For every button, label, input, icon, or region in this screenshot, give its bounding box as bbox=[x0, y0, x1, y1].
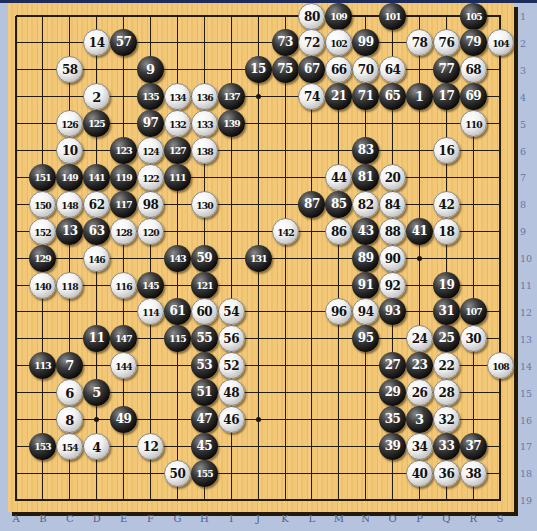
stone-L8-black: 87 bbox=[298, 191, 325, 218]
stone-move-number: 1 bbox=[406, 83, 433, 110]
stone-K3-black: 75 bbox=[272, 56, 299, 83]
column-label-R: R bbox=[463, 513, 483, 524]
stone-move-number: 99 bbox=[352, 29, 379, 56]
stone-move-number: 115 bbox=[165, 325, 190, 352]
stone-G10-black: 143 bbox=[164, 245, 191, 272]
stone-move-number: 4 bbox=[84, 434, 109, 461]
stone-D2-white: 14 bbox=[83, 29, 110, 56]
row-label-2: 2 bbox=[520, 38, 536, 49]
stone-O15-black: 29 bbox=[379, 379, 406, 406]
stone-B10-black: 129 bbox=[29, 245, 56, 272]
stone-D5-black: 125 bbox=[83, 110, 110, 137]
stone-G12-black: 61 bbox=[164, 298, 191, 325]
stone-move-number: 59 bbox=[191, 245, 218, 272]
stone-R17-black: 37 bbox=[460, 433, 487, 460]
stone-move-number: 93 bbox=[379, 298, 406, 325]
stone-move-number: 114 bbox=[139, 299, 162, 326]
stone-move-number: 8 bbox=[57, 407, 82, 434]
stone-move-number: 108 bbox=[489, 353, 512, 380]
stone-G6-black: 127 bbox=[164, 137, 191, 164]
row-label-18: 18 bbox=[520, 468, 536, 479]
stone-move-number: 33 bbox=[433, 433, 460, 460]
stone-move-number: 48 bbox=[219, 380, 244, 407]
stone-move-number: 111 bbox=[165, 164, 190, 191]
stone-F8-white: 98 bbox=[137, 191, 164, 218]
stone-O8-white: 84 bbox=[379, 191, 406, 218]
stone-move-number: 137 bbox=[219, 83, 244, 110]
stone-C17-white: 154 bbox=[56, 433, 83, 460]
stone-M9-white: 86 bbox=[325, 218, 352, 245]
stone-S2-white: 104 bbox=[487, 29, 514, 56]
stone-C14-black: 7 bbox=[56, 352, 83, 379]
stone-Q17-black: 33 bbox=[433, 433, 460, 460]
stone-C8-white: 148 bbox=[56, 191, 83, 218]
stone-C15-white: 6 bbox=[56, 379, 83, 406]
stone-move-number: 80 bbox=[299, 4, 324, 31]
stone-L2-white: 72 bbox=[298, 29, 325, 56]
stone-O9-white: 88 bbox=[379, 218, 406, 245]
stone-Q15-white: 28 bbox=[433, 379, 460, 406]
stone-move-number: 26 bbox=[407, 380, 432, 407]
stone-M12-white: 96 bbox=[325, 298, 352, 325]
stone-move-number: 46 bbox=[219, 407, 244, 434]
stone-move-number: 58 bbox=[57, 57, 82, 84]
stone-R18-white: 38 bbox=[460, 460, 487, 487]
stone-move-number: 132 bbox=[166, 111, 189, 138]
stone-N11-black: 91 bbox=[352, 272, 379, 299]
grid-line-vertical bbox=[499, 16, 501, 501]
stone-move-number: 138 bbox=[193, 138, 216, 165]
column-label-I: I bbox=[221, 513, 241, 524]
stone-move-number: 55 bbox=[191, 325, 218, 352]
stone-move-number: 90 bbox=[380, 246, 405, 273]
stone-move-number: 50 bbox=[165, 461, 190, 488]
column-label-M: M bbox=[329, 513, 349, 524]
stone-move-number: 135 bbox=[138, 83, 163, 110]
stone-O10-white: 90 bbox=[379, 245, 406, 272]
stone-move-number: 149 bbox=[57, 164, 82, 191]
stone-O16-black: 35 bbox=[379, 406, 406, 433]
stone-O4-black: 65 bbox=[379, 83, 406, 110]
stone-move-number: 127 bbox=[165, 137, 190, 164]
column-label-A: A bbox=[6, 513, 26, 524]
stone-H5-white: 133 bbox=[191, 110, 218, 137]
stone-I16-white: 46 bbox=[218, 406, 245, 433]
stone-L4-white: 74 bbox=[298, 83, 325, 110]
stone-M7-white: 44 bbox=[325, 164, 352, 191]
stone-D17-white: 4 bbox=[83, 433, 110, 460]
stone-H15-black: 51 bbox=[191, 379, 218, 406]
stone-move-number: 37 bbox=[460, 433, 487, 460]
stone-N4-black: 71 bbox=[352, 83, 379, 110]
stone-D10-white: 146 bbox=[83, 245, 110, 272]
stone-Q13-black: 25 bbox=[433, 325, 460, 352]
stone-move-number: 126 bbox=[58, 111, 81, 138]
column-label-L: L bbox=[302, 513, 322, 524]
stone-move-number: 123 bbox=[111, 137, 136, 164]
stone-move-number: 57 bbox=[110, 29, 137, 56]
stone-Q6-white: 16 bbox=[433, 137, 460, 164]
stone-move-number: 117 bbox=[111, 191, 136, 218]
stone-move-number: 140 bbox=[31, 273, 54, 300]
stone-F5-black: 97 bbox=[137, 110, 164, 137]
stone-move-number: 17 bbox=[433, 83, 460, 110]
stone-move-number: 96 bbox=[326, 299, 351, 326]
stone-move-number: 84 bbox=[380, 192, 405, 219]
grid-line-vertical bbox=[285, 16, 286, 501]
stone-D7-black: 141 bbox=[83, 164, 110, 191]
stone-move-number: 16 bbox=[434, 138, 459, 165]
row-label-9: 9 bbox=[520, 226, 536, 237]
stone-R2-black: 79 bbox=[460, 29, 487, 56]
stone-move-number: 124 bbox=[139, 138, 162, 165]
stone-move-number: 34 bbox=[407, 434, 432, 461]
stone-move-number: 91 bbox=[352, 272, 379, 299]
stone-N2-black: 99 bbox=[352, 29, 379, 56]
stone-move-number: 77 bbox=[433, 56, 460, 83]
stone-H10-black: 59 bbox=[191, 245, 218, 272]
stone-move-number: 49 bbox=[110, 406, 137, 433]
stone-move-number: 2 bbox=[84, 84, 109, 111]
stone-move-number: 41 bbox=[406, 218, 433, 245]
grid-line-horizontal bbox=[16, 15, 501, 17]
stone-K2-black: 73 bbox=[272, 29, 299, 56]
stone-move-number: 94 bbox=[353, 299, 378, 326]
stone-B7-black: 151 bbox=[29, 164, 56, 191]
stone-move-number: 101 bbox=[380, 3, 405, 30]
stone-move-number: 152 bbox=[31, 219, 54, 246]
stone-move-number: 61 bbox=[164, 298, 191, 325]
stone-move-number: 107 bbox=[461, 298, 486, 325]
row-label-15: 15 bbox=[520, 388, 536, 399]
stone-B9-white: 152 bbox=[29, 218, 56, 245]
stone-C7-black: 149 bbox=[56, 164, 83, 191]
stone-move-number: 76 bbox=[434, 30, 459, 57]
stone-R12-black: 107 bbox=[460, 298, 487, 325]
row-label-7: 7 bbox=[520, 172, 536, 183]
stone-H11-black: 121 bbox=[191, 272, 218, 299]
stone-move-number: 81 bbox=[352, 164, 379, 191]
stone-G5-white: 132 bbox=[164, 110, 191, 137]
stone-move-number: 133 bbox=[193, 111, 216, 138]
stone-move-number: 139 bbox=[219, 110, 244, 137]
column-label-N: N bbox=[356, 513, 376, 524]
stone-move-number: 82 bbox=[353, 192, 378, 219]
stone-G18-white: 50 bbox=[164, 460, 191, 487]
stone-H18-black: 155 bbox=[191, 460, 218, 487]
stone-H6-white: 138 bbox=[191, 137, 218, 164]
stone-move-number: 53 bbox=[191, 352, 218, 379]
stone-move-number: 56 bbox=[219, 326, 244, 353]
column-label-H: H bbox=[194, 513, 214, 524]
stone-move-number: 125 bbox=[84, 110, 109, 137]
stone-I5-black: 139 bbox=[218, 110, 245, 137]
stone-move-number: 92 bbox=[380, 273, 405, 300]
stone-move-number: 154 bbox=[58, 434, 81, 461]
grid-line-horizontal bbox=[16, 150, 501, 151]
board-layer: 8010910110514577372102997876791045891575… bbox=[0, 0, 537, 531]
stone-H14-black: 53 bbox=[191, 352, 218, 379]
stone-move-number: 15 bbox=[245, 56, 272, 83]
stone-P16-black: 3 bbox=[406, 406, 433, 433]
stone-move-number: 3 bbox=[406, 406, 433, 433]
stone-J10-black: 131 bbox=[245, 245, 272, 272]
stone-D9-black: 63 bbox=[83, 218, 110, 245]
stone-move-number: 105 bbox=[461, 3, 486, 30]
stone-E8-black: 117 bbox=[110, 191, 137, 218]
stone-move-number: 113 bbox=[30, 352, 55, 379]
stone-E13-black: 147 bbox=[110, 325, 137, 352]
stone-move-number: 10 bbox=[57, 138, 82, 165]
stone-N8-white: 82 bbox=[352, 191, 379, 218]
stone-O17-black: 39 bbox=[379, 433, 406, 460]
stone-move-number: 102 bbox=[327, 30, 350, 57]
stone-G4-white: 134 bbox=[164, 83, 191, 110]
stone-move-number: 28 bbox=[434, 380, 459, 407]
stone-E7-black: 119 bbox=[110, 164, 137, 191]
column-label-C: C bbox=[60, 513, 80, 524]
stone-M3-white: 66 bbox=[325, 56, 352, 83]
stone-M4-black: 21 bbox=[325, 83, 352, 110]
stone-move-number: 144 bbox=[112, 353, 135, 380]
stone-move-number: 122 bbox=[139, 165, 162, 192]
stone-S14-white: 108 bbox=[487, 352, 514, 379]
stone-H13-black: 55 bbox=[191, 325, 218, 352]
stone-move-number: 20 bbox=[380, 165, 405, 192]
stone-F6-white: 124 bbox=[137, 137, 164, 164]
stone-move-number: 52 bbox=[219, 353, 244, 380]
stone-move-number: 150 bbox=[31, 192, 54, 219]
row-label-13: 13 bbox=[520, 334, 536, 345]
column-label-S: S bbox=[490, 513, 510, 524]
stone-move-number: 78 bbox=[407, 30, 432, 57]
stone-move-number: 136 bbox=[193, 84, 216, 111]
stone-I4-black: 137 bbox=[218, 83, 245, 110]
stone-move-number: 88 bbox=[380, 219, 405, 246]
stone-R3-white: 68 bbox=[460, 56, 487, 83]
stone-O1-black: 101 bbox=[379, 3, 406, 30]
stone-O14-black: 27 bbox=[379, 352, 406, 379]
stone-move-number: 27 bbox=[379, 352, 406, 379]
stone-Q9-white: 18 bbox=[433, 218, 460, 245]
stone-move-number: 24 bbox=[407, 326, 432, 353]
stone-H12-white: 60 bbox=[191, 298, 218, 325]
stone-move-number: 22 bbox=[434, 353, 459, 380]
stone-move-number: 30 bbox=[461, 326, 486, 353]
row-label-4: 4 bbox=[520, 92, 536, 103]
stone-move-number: 155 bbox=[192, 460, 217, 487]
stone-move-number: 14 bbox=[84, 30, 109, 57]
stone-J3-black: 15 bbox=[245, 56, 272, 83]
stone-move-number: 73 bbox=[272, 29, 299, 56]
row-label-19: 19 bbox=[520, 495, 536, 506]
star-point-D16 bbox=[94, 417, 99, 422]
stone-move-number: 70 bbox=[353, 57, 378, 84]
star-point-J4 bbox=[256, 94, 261, 99]
stone-H8-white: 130 bbox=[191, 191, 218, 218]
stone-B14-black: 113 bbox=[29, 352, 56, 379]
row-label-10: 10 bbox=[520, 253, 536, 264]
stone-move-number: 143 bbox=[165, 245, 190, 272]
stone-move-number: 145 bbox=[138, 272, 163, 299]
stone-Q18-white: 36 bbox=[433, 460, 460, 487]
stone-move-number: 11 bbox=[83, 325, 110, 352]
stone-move-number: 85 bbox=[325, 191, 352, 218]
stone-H16-black: 47 bbox=[191, 406, 218, 433]
stone-E11-white: 116 bbox=[110, 272, 137, 299]
stone-move-number: 97 bbox=[137, 110, 164, 137]
stone-move-number: 121 bbox=[192, 272, 217, 299]
stone-C6-white: 10 bbox=[56, 137, 83, 164]
stone-C11-white: 118 bbox=[56, 272, 83, 299]
stone-N6-black: 83 bbox=[352, 137, 379, 164]
stone-move-number: 5 bbox=[83, 379, 110, 406]
stone-G13-black: 115 bbox=[164, 325, 191, 352]
stone-P13-white: 24 bbox=[406, 325, 433, 352]
grid-line-vertical bbox=[15, 16, 17, 501]
stone-I13-white: 56 bbox=[218, 325, 245, 352]
stone-move-number: 116 bbox=[112, 273, 135, 300]
stone-move-number: 79 bbox=[460, 29, 487, 56]
stone-move-number: 44 bbox=[326, 165, 351, 192]
stone-move-number: 12 bbox=[138, 434, 163, 461]
stone-move-number: 110 bbox=[462, 111, 485, 138]
stone-move-number: 32 bbox=[434, 407, 459, 434]
stone-E14-white: 144 bbox=[110, 352, 137, 379]
stone-R4-black: 69 bbox=[460, 83, 487, 110]
stone-R1-black: 105 bbox=[460, 3, 487, 30]
stone-move-number: 9 bbox=[137, 56, 164, 83]
row-label-1: 1 bbox=[520, 11, 536, 22]
stone-move-number: 151 bbox=[30, 164, 55, 191]
stone-Q8-white: 42 bbox=[433, 191, 460, 218]
stone-move-number: 18 bbox=[434, 219, 459, 246]
stone-F4-black: 135 bbox=[137, 83, 164, 110]
stone-E6-black: 123 bbox=[110, 137, 137, 164]
stone-move-number: 47 bbox=[191, 406, 218, 433]
row-label-6: 6 bbox=[520, 146, 536, 157]
stone-move-number: 68 bbox=[461, 57, 486, 84]
stone-Q11-black: 19 bbox=[433, 272, 460, 299]
row-label-14: 14 bbox=[520, 361, 536, 372]
stone-move-number: 54 bbox=[219, 299, 244, 326]
stone-move-number: 62 bbox=[84, 192, 109, 219]
stone-move-number: 89 bbox=[352, 245, 379, 272]
stone-move-number: 83 bbox=[352, 137, 379, 164]
stone-move-number: 25 bbox=[433, 325, 460, 352]
stone-move-number: 19 bbox=[433, 272, 460, 299]
stone-move-number: 39 bbox=[379, 433, 406, 460]
stone-move-number: 35 bbox=[379, 406, 406, 433]
grid-line-horizontal bbox=[16, 499, 501, 501]
stone-move-number: 38 bbox=[461, 461, 486, 488]
stone-move-number: 95 bbox=[352, 325, 379, 352]
row-label-17: 17 bbox=[520, 441, 536, 452]
stone-I12-white: 54 bbox=[218, 298, 245, 325]
stone-move-number: 43 bbox=[352, 218, 379, 245]
stone-N10-black: 89 bbox=[352, 245, 379, 272]
stone-M8-black: 85 bbox=[325, 191, 352, 218]
stone-C9-black: 13 bbox=[56, 218, 83, 245]
stone-move-number: 21 bbox=[325, 83, 352, 110]
stone-move-number: 129 bbox=[30, 245, 55, 272]
stone-move-number: 130 bbox=[193, 192, 216, 219]
stone-move-number: 23 bbox=[406, 352, 433, 379]
column-label-D: D bbox=[87, 513, 107, 524]
stone-move-number: 86 bbox=[326, 219, 351, 246]
stone-move-number: 31 bbox=[433, 298, 460, 325]
stone-C3-white: 58 bbox=[56, 56, 83, 83]
stone-G7-black: 111 bbox=[164, 164, 191, 191]
stone-N12-white: 94 bbox=[352, 298, 379, 325]
stone-move-number: 65 bbox=[379, 83, 406, 110]
row-label-5: 5 bbox=[520, 119, 536, 130]
stone-F11-black: 145 bbox=[137, 272, 164, 299]
stone-L1-white: 80 bbox=[298, 3, 325, 30]
column-label-Q: Q bbox=[436, 513, 456, 524]
stone-P9-black: 41 bbox=[406, 218, 433, 245]
stone-move-number: 141 bbox=[84, 164, 109, 191]
row-label-16: 16 bbox=[520, 415, 536, 426]
stone-F7-white: 122 bbox=[137, 164, 164, 191]
stone-Q3-black: 77 bbox=[433, 56, 460, 83]
stone-move-number: 119 bbox=[111, 164, 136, 191]
stone-Q12-black: 31 bbox=[433, 298, 460, 325]
stone-P18-white: 40 bbox=[406, 460, 433, 487]
stone-move-number: 118 bbox=[58, 273, 81, 300]
stone-E16-black: 49 bbox=[110, 406, 137, 433]
stone-move-number: 40 bbox=[407, 461, 432, 488]
stone-move-number: 45 bbox=[191, 433, 218, 460]
stone-move-number: 120 bbox=[139, 219, 162, 246]
column-label-E: E bbox=[114, 513, 134, 524]
stone-M1-black: 109 bbox=[325, 3, 352, 30]
stone-B11-white: 140 bbox=[29, 272, 56, 299]
stone-move-number: 72 bbox=[299, 30, 324, 57]
stone-D4-white: 2 bbox=[83, 83, 110, 110]
stone-move-number: 51 bbox=[191, 379, 218, 406]
stone-E2-black: 57 bbox=[110, 29, 137, 56]
stone-P17-white: 34 bbox=[406, 433, 433, 460]
stone-D15-black: 5 bbox=[83, 379, 110, 406]
stone-Q14-white: 22 bbox=[433, 352, 460, 379]
column-label-O: O bbox=[383, 513, 403, 524]
stone-move-number: 74 bbox=[299, 84, 324, 111]
star-point-J16 bbox=[256, 417, 261, 422]
stone-C16-white: 8 bbox=[56, 406, 83, 433]
stone-F12-white: 114 bbox=[137, 298, 164, 325]
stone-move-number: 148 bbox=[58, 192, 81, 219]
stone-move-number: 67 bbox=[298, 56, 325, 83]
stone-move-number: 153 bbox=[30, 433, 55, 460]
stone-F9-white: 120 bbox=[137, 218, 164, 245]
row-label-12: 12 bbox=[520, 307, 536, 318]
stone-N9-black: 43 bbox=[352, 218, 379, 245]
column-label-J: J bbox=[248, 513, 268, 524]
stone-move-number: 109 bbox=[326, 3, 351, 30]
stone-E9-white: 128 bbox=[110, 218, 137, 245]
stone-H17-black: 45 bbox=[191, 433, 218, 460]
stone-move-number: 134 bbox=[166, 84, 189, 111]
stone-move-number: 98 bbox=[138, 192, 163, 219]
stone-move-number: 104 bbox=[489, 30, 512, 57]
stone-move-number: 6 bbox=[57, 380, 82, 407]
stone-O12-black: 93 bbox=[379, 298, 406, 325]
stone-move-number: 131 bbox=[246, 245, 271, 272]
go-kifu-viewer-screen: 8010910110514577372102997876791045891575… bbox=[0, 0, 537, 531]
stone-P14-black: 23 bbox=[406, 352, 433, 379]
stone-P4-black: 1 bbox=[406, 83, 433, 110]
